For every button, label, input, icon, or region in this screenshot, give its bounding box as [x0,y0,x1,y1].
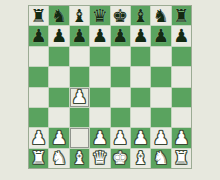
square-h3[interactable] [172,108,191,127]
square-b8[interactable]: ♞ [49,6,68,25]
black-knight-piece[interactable]: ♞ [153,6,169,24]
square-e3[interactable] [111,108,130,127]
black-pawn-piece[interactable]: ♟ [153,27,169,45]
square-g7[interactable]: ♟ [151,26,170,45]
black-bishop-piece[interactable]: ♝ [71,6,87,24]
square-h1[interactable]: ♜ [172,149,191,168]
square-b1[interactable]: ♞ [49,149,68,168]
square-a2[interactable]: ♟ [29,128,48,147]
square-e4[interactable] [111,88,130,107]
square-a1[interactable]: ♜ [29,149,48,168]
square-c8[interactable]: ♝ [70,6,89,25]
square-h8[interactable]: ♜ [172,6,191,25]
white-pawn-piece[interactable]: ♟ [132,128,148,146]
square-b5[interactable] [49,67,68,86]
black-rook-piece[interactable]: ♜ [31,6,47,24]
white-pawn-piece[interactable]: ♟ [51,128,67,146]
black-pawn-piece[interactable]: ♟ [173,27,189,45]
white-knight-piece[interactable]: ♞ [51,149,67,167]
white-pawn-piece[interactable]: ♟ [173,128,189,146]
square-d7[interactable]: ♟ [90,26,109,45]
square-b3[interactable] [49,108,68,127]
square-e6[interactable] [111,47,130,66]
square-e1[interactable]: ♚ [111,149,130,168]
square-g6[interactable] [151,47,170,66]
white-pawn-piece[interactable]: ♟ [92,128,108,146]
square-c1[interactable]: ♝ [70,149,89,168]
square-d2[interactable]: ♟ [90,128,109,147]
white-bishop-piece[interactable]: ♝ [71,149,87,167]
square-h5[interactable] [172,67,191,86]
square-f4[interactable] [131,88,150,107]
square-f5[interactable] [131,67,150,86]
white-rook-piece[interactable]: ♜ [173,149,189,167]
black-pawn-piece[interactable]: ♟ [112,27,128,45]
square-e8[interactable]: ♚ [111,6,130,25]
square-a4[interactable] [29,88,48,107]
black-pawn-piece[interactable]: ♟ [71,27,87,45]
square-f2[interactable]: ♟ [131,128,150,147]
square-h7[interactable]: ♟ [172,26,191,45]
square-d1[interactable]: ♛ [90,149,109,168]
square-a8[interactable]: ♜ [29,6,48,25]
white-knight-piece[interactable]: ♞ [153,149,169,167]
white-king-piece[interactable]: ♚ [112,149,128,167]
chess-board: ♜♞♝♛♚♝♞♜♟♟♟♟♟♟♟♟♟♟♟♟♟♟♟♟♜♞♝♛♚♝♞♜ [28,5,192,169]
white-pawn-piece[interactable]: ♟ [71,88,87,106]
square-e7[interactable]: ♟ [111,26,130,45]
square-g2[interactable]: ♟ [151,128,170,147]
black-pawn-piece[interactable]: ♟ [31,27,47,45]
square-a6[interactable] [29,47,48,66]
square-f1[interactable]: ♝ [131,149,150,168]
square-g4[interactable] [151,88,170,107]
square-c3[interactable] [70,108,89,127]
black-pawn-piece[interactable]: ♟ [132,27,148,45]
square-f6[interactable] [131,47,150,66]
square-f8[interactable]: ♝ [131,6,150,25]
square-h4[interactable] [172,88,191,107]
square-c6[interactable] [70,47,89,66]
square-h2[interactable]: ♟ [172,128,191,147]
black-pawn-piece[interactable]: ♟ [51,27,67,45]
square-h6[interactable] [172,47,191,66]
square-a3[interactable] [29,108,48,127]
black-knight-piece[interactable]: ♞ [51,6,67,24]
square-g3[interactable] [151,108,170,127]
black-pawn-piece[interactable]: ♟ [92,27,108,45]
square-a7[interactable]: ♟ [29,26,48,45]
square-b7[interactable]: ♟ [49,26,68,45]
square-f3[interactable] [131,108,150,127]
square-c4[interactable]: ♟ [70,88,89,107]
square-e2[interactable]: ♟ [111,128,130,147]
square-d5[interactable] [90,67,109,86]
black-bishop-piece[interactable]: ♝ [132,6,148,24]
white-pawn-piece[interactable]: ♟ [153,128,169,146]
square-c5[interactable] [70,67,89,86]
black-queen-piece[interactable]: ♛ [92,6,108,24]
black-king-piece[interactable]: ♚ [112,6,128,24]
black-rook-piece[interactable]: ♜ [173,6,189,24]
chess-app-window: ♜♞♝♛♚♝♞♜♟♟♟♟♟♟♟♟♟♟♟♟♟♟♟♟♜♞♝♛♚♝♞♜ [0,0,220,180]
square-d6[interactable] [90,47,109,66]
square-c2[interactable] [70,128,89,147]
square-g1[interactable]: ♞ [151,149,170,168]
white-pawn-piece[interactable]: ♟ [31,128,47,146]
square-c7[interactable]: ♟ [70,26,89,45]
square-e5[interactable] [111,67,130,86]
square-d8[interactable]: ♛ [90,6,109,25]
white-rook-piece[interactable]: ♜ [31,149,47,167]
square-a5[interactable] [29,67,48,86]
square-g8[interactable]: ♞ [151,6,170,25]
square-b6[interactable] [49,47,68,66]
square-f7[interactable]: ♟ [131,26,150,45]
white-bishop-piece[interactable]: ♝ [132,149,148,167]
white-pawn-piece[interactable]: ♟ [112,128,128,146]
square-b2[interactable]: ♟ [49,128,68,147]
square-g5[interactable] [151,67,170,86]
white-queen-piece[interactable]: ♛ [92,149,108,167]
square-b4[interactable] [49,88,68,107]
square-d3[interactable] [90,108,109,127]
square-d4[interactable] [90,88,109,107]
